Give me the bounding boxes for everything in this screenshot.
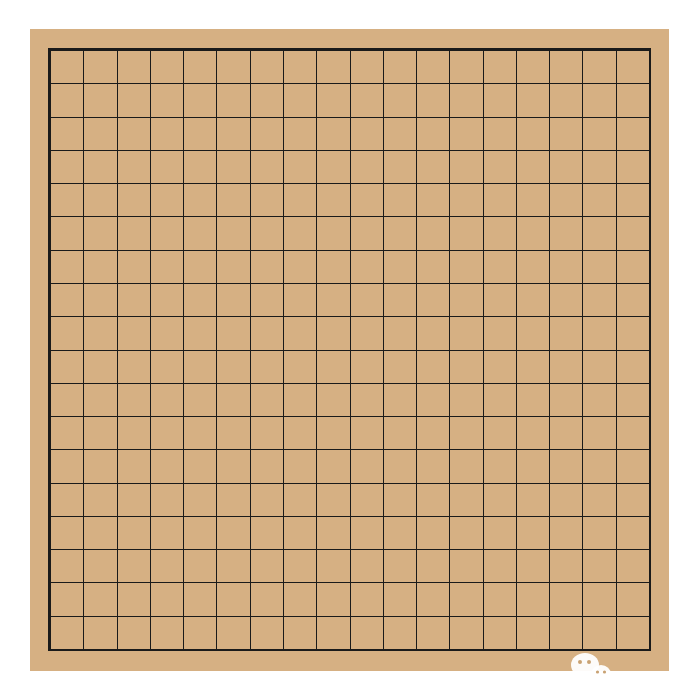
stones-layer [33,33,665,665]
go-diagram-screenshot [0,0,700,700]
watermark [568,649,614,691]
wechat-icon [568,649,614,691]
